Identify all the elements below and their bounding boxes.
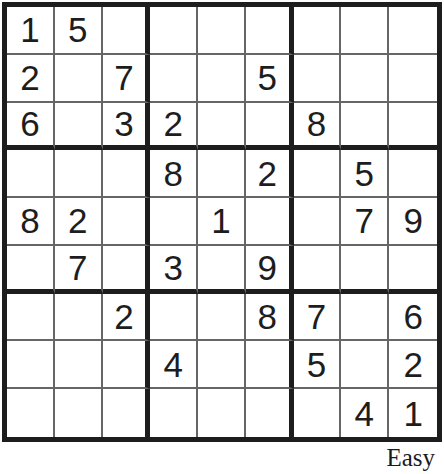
cell-r7c8[interactable] <box>341 294 389 342</box>
cell-r4c7[interactable] <box>294 150 342 198</box>
cell-r8c7[interactable]: 5 <box>294 341 342 389</box>
cell-r4c9[interactable] <box>389 150 437 198</box>
cell-r7c7[interactable]: 7 <box>294 294 342 342</box>
cell-r6c8[interactable] <box>341 246 389 294</box>
cell-r2c3[interactable]: 7 <box>103 55 151 103</box>
cell-r7c3[interactable]: 2 <box>103 294 151 342</box>
cell-r7c1[interactable] <box>7 294 55 342</box>
cell-r8c9[interactable]: 2 <box>389 341 437 389</box>
cell-r6c4[interactable]: 3 <box>150 246 198 294</box>
cell-r9c2[interactable] <box>55 389 103 437</box>
cell-r4c4[interactable]: 8 <box>150 150 198 198</box>
cell-r5c6[interactable] <box>246 198 294 246</box>
cell-r4c5[interactable] <box>198 150 246 198</box>
cell-r8c4[interactable]: 4 <box>150 341 198 389</box>
cell-r6c5[interactable] <box>198 246 246 294</box>
cell-r5c1[interactable]: 8 <box>7 198 55 246</box>
cell-r9c5[interactable] <box>198 389 246 437</box>
cell-r3c3[interactable]: 3 <box>103 103 151 151</box>
cell-r2c9[interactable] <box>389 55 437 103</box>
cell-r2c6[interactable]: 5 <box>246 55 294 103</box>
cell-r5c8[interactable]: 7 <box>341 198 389 246</box>
cell-r9c1[interactable] <box>7 389 55 437</box>
sudoku-board: 15275632882582179739287645241 <box>2 2 442 442</box>
cell-r2c2[interactable] <box>55 55 103 103</box>
cell-r6c7[interactable] <box>294 246 342 294</box>
cell-r3c2[interactable] <box>55 103 103 151</box>
cell-r2c1[interactable]: 2 <box>7 55 55 103</box>
cell-r3c6[interactable] <box>246 103 294 151</box>
cell-r2c7[interactable] <box>294 55 342 103</box>
cell-r8c6[interactable] <box>246 341 294 389</box>
cell-r5c3[interactable] <box>103 198 151 246</box>
cell-r3c9[interactable] <box>389 103 437 151</box>
cell-r1c7[interactable] <box>294 7 342 55</box>
cell-r2c5[interactable] <box>198 55 246 103</box>
cell-r9c6[interactable] <box>246 389 294 437</box>
cell-r3c4[interactable]: 2 <box>150 103 198 151</box>
cell-r4c1[interactable] <box>7 150 55 198</box>
cell-r1c8[interactable] <box>341 7 389 55</box>
cell-r5c7[interactable] <box>294 198 342 246</box>
sudoku-page: 15275632882582179739287645241 Easy <box>0 0 444 474</box>
cell-r6c1[interactable] <box>7 246 55 294</box>
cell-r3c1[interactable]: 6 <box>7 103 55 151</box>
cell-r5c9[interactable]: 9 <box>389 198 437 246</box>
cell-r7c2[interactable] <box>55 294 103 342</box>
cell-r8c5[interactable] <box>198 341 246 389</box>
cell-r4c3[interactable] <box>103 150 151 198</box>
cell-r9c7[interactable] <box>294 389 342 437</box>
cell-r7c6[interactable]: 8 <box>246 294 294 342</box>
cell-r7c5[interactable] <box>198 294 246 342</box>
cell-r8c8[interactable] <box>341 341 389 389</box>
cell-r4c6[interactable]: 2 <box>246 150 294 198</box>
cell-r1c9[interactable] <box>389 7 437 55</box>
cell-r3c7[interactable]: 8 <box>294 103 342 151</box>
cell-r6c2[interactable]: 7 <box>55 246 103 294</box>
cell-r4c2[interactable] <box>55 150 103 198</box>
cell-r8c1[interactable] <box>7 341 55 389</box>
cell-r4c8[interactable]: 5 <box>341 150 389 198</box>
cell-r3c5[interactable] <box>198 103 246 151</box>
cell-r1c4[interactable] <box>150 7 198 55</box>
cell-r9c3[interactable] <box>103 389 151 437</box>
cell-r6c9[interactable] <box>389 246 437 294</box>
cell-r9c9[interactable]: 1 <box>389 389 437 437</box>
cell-r6c6[interactable]: 9 <box>246 246 294 294</box>
cell-r1c5[interactable] <box>198 7 246 55</box>
cell-r8c3[interactable] <box>103 341 151 389</box>
cell-r9c4[interactable] <box>150 389 198 437</box>
cell-r1c3[interactable] <box>103 7 151 55</box>
difficulty-label: Easy <box>386 444 435 472</box>
cell-r5c2[interactable]: 2 <box>55 198 103 246</box>
cell-r2c8[interactable] <box>341 55 389 103</box>
cell-r9c8[interactable]: 4 <box>341 389 389 437</box>
cell-r1c6[interactable] <box>246 7 294 55</box>
cell-r5c4[interactable] <box>150 198 198 246</box>
cell-r2c4[interactable] <box>150 55 198 103</box>
cell-r3c8[interactable] <box>341 103 389 151</box>
cell-r7c4[interactable] <box>150 294 198 342</box>
cell-r7c9[interactable]: 6 <box>389 294 437 342</box>
cell-r1c2[interactable]: 5 <box>55 7 103 55</box>
cell-r6c3[interactable] <box>103 246 151 294</box>
cell-r5c5[interactable]: 1 <box>198 198 246 246</box>
cell-r1c1[interactable]: 1 <box>7 7 55 55</box>
cell-r8c2[interactable] <box>55 341 103 389</box>
